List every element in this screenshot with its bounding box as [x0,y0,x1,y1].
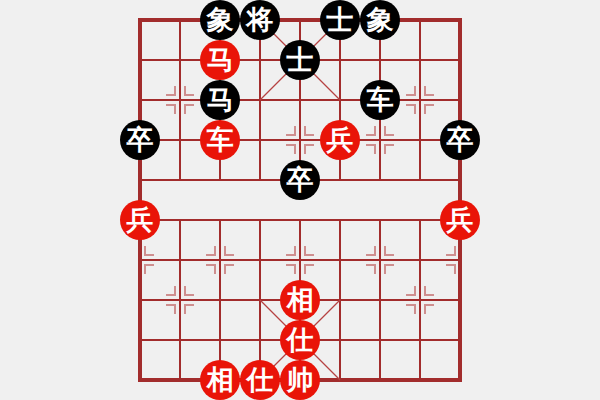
black-soldier[interactable]: 卒 [120,120,160,160]
xiangqi-diagram: 象将士象马士马车卒车兵卒卒兵兵相仕相仕帅 [0,0,600,400]
red-advisor[interactable]: 仕 [280,320,320,360]
red-soldier[interactable]: 兵 [440,200,480,240]
black-horse[interactable]: 马 [200,80,240,120]
black-soldier[interactable]: 卒 [280,160,320,200]
pieces-layer: 象将士象马士马车卒车兵卒卒兵兵相仕相仕帅 [120,0,480,400]
red-horse[interactable]: 马 [200,40,240,80]
black-elephant[interactable]: 象 [360,0,400,40]
black-chariot[interactable]: 车 [360,80,400,120]
red-soldier[interactable]: 兵 [120,200,160,240]
black-soldier[interactable]: 卒 [440,120,480,160]
red-advisor[interactable]: 仕 [240,360,280,400]
black-general[interactable]: 将 [240,0,280,40]
red-general[interactable]: 帅 [280,360,320,400]
red-elephant[interactable]: 相 [200,360,240,400]
red-chariot[interactable]: 车 [200,120,240,160]
red-soldier[interactable]: 兵 [320,120,360,160]
black-advisor[interactable]: 士 [320,0,360,40]
black-advisor[interactable]: 士 [280,40,320,80]
black-elephant[interactable]: 象 [200,0,240,40]
red-elephant[interactable]: 相 [280,280,320,320]
